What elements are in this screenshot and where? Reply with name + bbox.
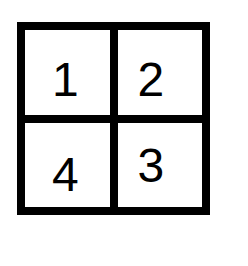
cell-r0c0[interactable]: 1 xyxy=(25,30,110,115)
cell-value: 3 xyxy=(137,142,164,190)
grid-board: 1 2 4 3 xyxy=(17,22,210,215)
cell-value: 2 xyxy=(137,56,164,104)
cell-value: 1 xyxy=(52,56,79,104)
cell-r1c0[interactable]: 4 xyxy=(25,123,110,208)
cell-r1c1[interactable]: 3 xyxy=(118,123,203,208)
cell-value: 4 xyxy=(52,151,79,199)
cell-r0c1[interactable]: 2 xyxy=(118,30,203,115)
page: 1 2 4 3 xyxy=(0,0,248,266)
